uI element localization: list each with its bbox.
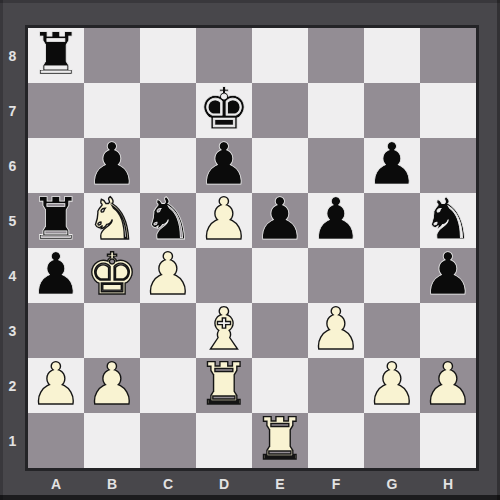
square-d2[interactable]: ♜ bbox=[196, 358, 252, 413]
square-e8[interactable] bbox=[252, 28, 308, 83]
square-a4[interactable]: ♟ bbox=[28, 248, 84, 303]
square-f7[interactable] bbox=[308, 83, 364, 138]
square-g5[interactable] bbox=[364, 193, 420, 248]
rank-label-3: 3 bbox=[0, 303, 25, 358]
piece-black-pawn-f5[interactable]: ♟ bbox=[310, 190, 362, 248]
piece-white-pawn-d5[interactable]: ♟ bbox=[198, 190, 250, 248]
square-h8[interactable] bbox=[420, 28, 476, 83]
rank-label-1: 1 bbox=[0, 413, 25, 468]
file-label-e: E bbox=[252, 471, 308, 497]
square-f8[interactable] bbox=[308, 28, 364, 83]
file-label-b: B bbox=[84, 471, 140, 497]
square-h7[interactable] bbox=[420, 83, 476, 138]
square-d5[interactable]: ♟ bbox=[196, 193, 252, 248]
square-e7[interactable] bbox=[252, 83, 308, 138]
piece-white-pawn-a2[interactable]: ♟ bbox=[30, 355, 82, 413]
square-a2[interactable]: ♟ bbox=[28, 358, 84, 413]
square-g2[interactable]: ♟ bbox=[364, 358, 420, 413]
piece-white-pawn-h2[interactable]: ♟ bbox=[422, 355, 474, 413]
square-b8[interactable] bbox=[84, 28, 140, 83]
board: ♜♚♟♟♟♜♞♞♟♟♟♞♟♚♟♟♝♟♟♟♜♟♟♜ bbox=[28, 28, 476, 468]
square-a7[interactable] bbox=[28, 83, 84, 138]
rank-label-2: 2 bbox=[0, 358, 25, 413]
rank-label-5: 5 bbox=[0, 193, 25, 248]
file-label-h: H bbox=[420, 471, 476, 497]
square-e4[interactable] bbox=[252, 248, 308, 303]
rank-label-7: 7 bbox=[0, 83, 25, 138]
file-label-g: G bbox=[364, 471, 420, 497]
rank-labels: 87654321 bbox=[0, 28, 25, 468]
square-a1[interactable] bbox=[28, 413, 84, 468]
piece-white-pawn-f3[interactable]: ♟ bbox=[310, 300, 362, 358]
rank-label-4: 4 bbox=[0, 248, 25, 303]
square-b4[interactable]: ♚ bbox=[84, 248, 140, 303]
square-a8[interactable]: ♜ bbox=[28, 28, 84, 83]
square-e5[interactable]: ♟ bbox=[252, 193, 308, 248]
piece-white-pawn-g2[interactable]: ♟ bbox=[366, 355, 418, 413]
file-label-d: D bbox=[196, 471, 252, 497]
piece-white-pawn-b2[interactable]: ♟ bbox=[86, 355, 138, 413]
piece-black-pawn-e5[interactable]: ♟ bbox=[254, 190, 306, 248]
piece-black-pawn-h4[interactable]: ♟ bbox=[422, 245, 474, 303]
file-labels: ABCDEFGH bbox=[28, 471, 476, 497]
square-f3[interactable]: ♟ bbox=[308, 303, 364, 358]
piece-white-pawn-c4[interactable]: ♟ bbox=[142, 245, 194, 303]
square-f5[interactable]: ♟ bbox=[308, 193, 364, 248]
square-e1[interactable]: ♜ bbox=[252, 413, 308, 468]
square-e3[interactable] bbox=[252, 303, 308, 358]
file-label-f: F bbox=[308, 471, 364, 497]
piece-black-rook-a8[interactable]: ♜ bbox=[30, 25, 82, 83]
rank-label-6: 6 bbox=[0, 138, 25, 193]
square-b1[interactable] bbox=[84, 413, 140, 468]
file-label-a: A bbox=[28, 471, 84, 497]
square-f1[interactable] bbox=[308, 413, 364, 468]
piece-white-rook-d2[interactable]: ♜ bbox=[198, 355, 250, 413]
square-c4[interactable]: ♟ bbox=[140, 248, 196, 303]
square-g1[interactable] bbox=[364, 413, 420, 468]
square-c3[interactable] bbox=[140, 303, 196, 358]
piece-white-king-b4[interactable]: ♚ bbox=[86, 245, 138, 303]
file-label-c: C bbox=[140, 471, 196, 497]
piece-black-pawn-a4[interactable]: ♟ bbox=[30, 245, 82, 303]
square-c8[interactable] bbox=[140, 28, 196, 83]
board-wrap: ♜♚♟♟♟♜♞♞♟♟♟♞♟♚♟♟♝♟♟♟♜♟♟♜ bbox=[25, 25, 479, 471]
square-g6[interactable]: ♟ bbox=[364, 138, 420, 193]
square-h1[interactable] bbox=[420, 413, 476, 468]
square-g4[interactable] bbox=[364, 248, 420, 303]
square-h4[interactable]: ♟ bbox=[420, 248, 476, 303]
square-f2[interactable] bbox=[308, 358, 364, 413]
square-h2[interactable]: ♟ bbox=[420, 358, 476, 413]
square-d1[interactable] bbox=[196, 413, 252, 468]
square-b2[interactable]: ♟ bbox=[84, 358, 140, 413]
square-c1[interactable] bbox=[140, 413, 196, 468]
piece-black-pawn-g6[interactable]: ♟ bbox=[366, 135, 418, 193]
square-c2[interactable] bbox=[140, 358, 196, 413]
piece-white-rook-e1[interactable]: ♜ bbox=[254, 410, 306, 468]
square-c7[interactable] bbox=[140, 83, 196, 138]
rank-label-8: 8 bbox=[0, 28, 25, 83]
chessboard-frame: 87654321 ♜♚♟♟♟♜♞♞♟♟♟♞♟♚♟♟♝♟♟♟♜♟♟♜ ABCDEF… bbox=[0, 0, 500, 500]
square-g8[interactable] bbox=[364, 28, 420, 83]
